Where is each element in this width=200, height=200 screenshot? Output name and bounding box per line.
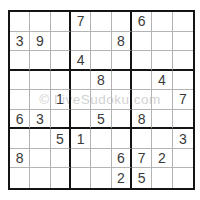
cell-r1c6-empty[interactable] — [112, 12, 132, 32]
cell-r4c2-empty[interactable] — [30, 71, 50, 91]
cell-r8c3-empty[interactable] — [51, 149, 71, 169]
cell-r4c7-empty[interactable] — [132, 71, 152, 91]
cell-r8c2-empty[interactable] — [30, 149, 50, 169]
cell-r3c8-empty[interactable] — [152, 51, 172, 71]
cell-r8c8-given-2[interactable]: 2 — [152, 149, 172, 169]
cell-r8c9-empty[interactable] — [173, 149, 193, 169]
cell-r8c7-given-7[interactable]: 7 — [132, 149, 152, 169]
cell-r5c8-empty[interactable] — [152, 90, 172, 110]
cell-r6c7-given-8[interactable]: 8 — [132, 110, 152, 130]
cell-r7c5-empty[interactable] — [91, 129, 111, 149]
cell-r1c5-empty[interactable] — [91, 12, 111, 32]
cell-r3c7-empty[interactable] — [132, 51, 152, 71]
cell-r3c3-empty[interactable] — [51, 51, 71, 71]
cell-r2c2-given-9[interactable]: 9 — [30, 32, 50, 52]
cell-r1c7-given-6[interactable]: 6 — [132, 12, 152, 32]
cell-r3c9-empty[interactable] — [173, 51, 193, 71]
cell-r2c1-given-3[interactable]: 3 — [10, 32, 30, 52]
cell-r5c4-empty[interactable] — [71, 90, 91, 110]
cell-r9c8-empty[interactable] — [152, 168, 172, 188]
cell-r1c3-empty[interactable] — [51, 12, 71, 32]
cell-r2c4-empty[interactable] — [71, 32, 91, 52]
cell-r5c6-empty[interactable] — [112, 90, 132, 110]
cell-r3c5-empty[interactable] — [91, 51, 111, 71]
cell-r9c1-empty[interactable] — [10, 168, 30, 188]
cell-r9c2-empty[interactable] — [30, 168, 50, 188]
cell-r5c5-empty[interactable] — [91, 90, 111, 110]
sudoku-board: 76398484176358513867225 — [8, 10, 195, 190]
cell-r5c2-empty[interactable] — [30, 90, 50, 110]
cell-r2c8-empty[interactable] — [152, 32, 172, 52]
cell-r9c7-given-5[interactable]: 5 — [132, 168, 152, 188]
cell-r4c6-empty[interactable] — [112, 71, 132, 91]
cell-r8c6-given-6[interactable]: 6 — [112, 149, 132, 169]
cell-r1c8-empty[interactable] — [152, 12, 172, 32]
cell-r6c3-empty[interactable] — [51, 110, 71, 130]
cell-r4c3-empty[interactable] — [51, 71, 71, 91]
cell-r1c4-given-7[interactable]: 7 — [71, 12, 91, 32]
cell-r6c8-empty[interactable] — [152, 110, 172, 130]
cell-r9c6-given-2[interactable]: 2 — [112, 168, 132, 188]
cell-r5c1-empty[interactable] — [10, 90, 30, 110]
cell-r7c3-given-5[interactable]: 5 — [51, 129, 71, 149]
cell-r4c5-given-8[interactable]: 8 — [91, 71, 111, 91]
cell-r8c5-empty[interactable] — [91, 149, 111, 169]
cell-r6c9-empty[interactable] — [173, 110, 193, 130]
cell-r4c1-empty[interactable] — [10, 71, 30, 91]
cell-r7c1-empty[interactable] — [10, 129, 30, 149]
cell-r4c8-given-4[interactable]: 4 — [152, 71, 172, 91]
cell-r3c2-empty[interactable] — [30, 51, 50, 71]
cell-r6c6-empty[interactable] — [112, 110, 132, 130]
cell-r9c5-empty[interactable] — [91, 168, 111, 188]
cell-r4c9-empty[interactable] — [173, 71, 193, 91]
cell-r2c3-empty[interactable] — [51, 32, 71, 52]
cell-r5c7-empty[interactable] — [132, 90, 152, 110]
cell-r1c2-empty[interactable] — [30, 12, 50, 32]
cell-r1c1-empty[interactable] — [10, 12, 30, 32]
cell-r3c4-given-4[interactable]: 4 — [71, 51, 91, 71]
cell-r2c9-empty[interactable] — [173, 32, 193, 52]
cell-r2c5-empty[interactable] — [91, 32, 111, 52]
cell-r6c4-empty[interactable] — [71, 110, 91, 130]
cell-r7c4-given-1[interactable]: 1 — [71, 129, 91, 149]
cell-r7c9-given-3[interactable]: 3 — [173, 129, 193, 149]
cell-r4c4-empty[interactable] — [71, 71, 91, 91]
cell-r3c1-empty[interactable] — [10, 51, 30, 71]
cell-r3c6-empty[interactable] — [112, 51, 132, 71]
cell-r9c9-empty[interactable] — [173, 168, 193, 188]
cell-r9c3-empty[interactable] — [51, 168, 71, 188]
cell-r2c7-empty[interactable] — [132, 32, 152, 52]
cell-r9c4-empty[interactable] — [71, 168, 91, 188]
cell-r5c3-given-1[interactable]: 1 — [51, 90, 71, 110]
cell-r8c4-empty[interactable] — [71, 149, 91, 169]
puzzle-image: © LiveSudoku.com 76398484176358513867225 — [0, 0, 200, 200]
cell-r7c6-empty[interactable] — [112, 129, 132, 149]
cell-r7c8-empty[interactable] — [152, 129, 172, 149]
cell-r2c6-given-8[interactable]: 8 — [112, 32, 132, 52]
cell-r6c5-given-5[interactable]: 5 — [91, 110, 111, 130]
cell-r6c2-given-3[interactable]: 3 — [30, 110, 50, 130]
cell-r7c2-empty[interactable] — [30, 129, 50, 149]
cell-r6c1-given-6[interactable]: 6 — [10, 110, 30, 130]
cell-r8c1-given-8[interactable]: 8 — [10, 149, 30, 169]
cell-r7c7-empty[interactable] — [132, 129, 152, 149]
cell-r5c9-given-7[interactable]: 7 — [173, 90, 193, 110]
cell-r1c9-empty[interactable] — [173, 12, 193, 32]
